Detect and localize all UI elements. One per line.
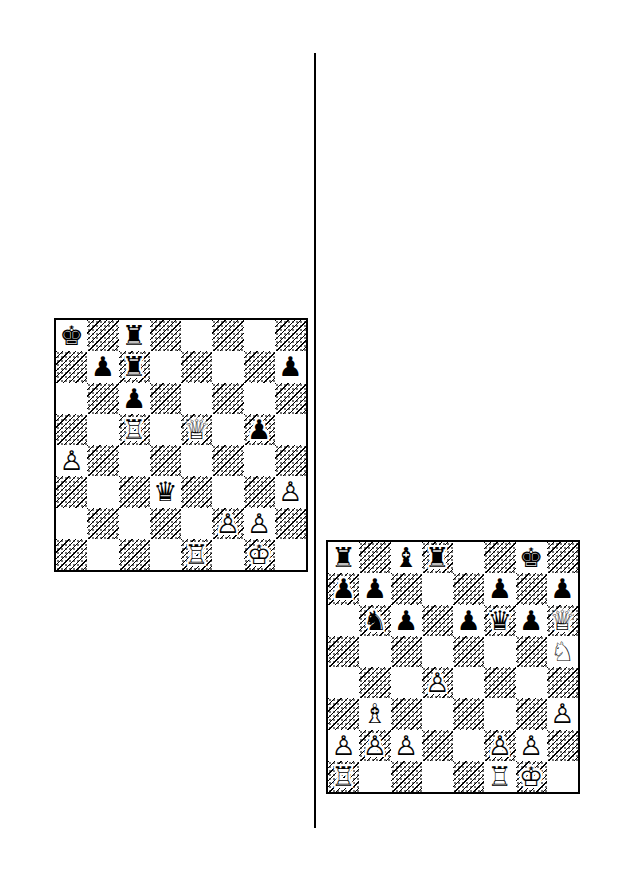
square-d4: ♙: [422, 667, 453, 698]
square-e4: [453, 667, 484, 698]
square-a5: [328, 636, 359, 667]
square-b5: [359, 636, 390, 667]
black-pawn-c6: ♟: [394, 607, 418, 634]
square-g7: [244, 351, 275, 382]
white-pawn-b2: ♙: [363, 732, 387, 759]
square-f5: [484, 636, 515, 667]
square-b3: ♗: [359, 698, 390, 729]
square-f2: ♙: [212, 508, 243, 539]
square-c3: [119, 476, 150, 507]
square-g2: ♙: [516, 730, 547, 761]
square-g6: [244, 383, 275, 414]
square-e7: [181, 351, 212, 382]
white-pawn-a4: ♙: [60, 447, 84, 474]
square-h7: ♟: [275, 351, 306, 382]
white-pawn-g2: ♙: [519, 732, 543, 759]
square-a6: [328, 605, 359, 636]
square-c5: [391, 636, 422, 667]
square-e3: [453, 698, 484, 729]
square-e5: ♕: [181, 414, 212, 445]
square-a7: ♟: [328, 573, 359, 604]
square-d3: ♛: [150, 476, 181, 507]
square-d5: [150, 414, 181, 445]
square-g1: ♔: [516, 761, 547, 792]
square-c2: [119, 508, 150, 539]
square-b1: [359, 761, 390, 792]
square-d6: [150, 383, 181, 414]
square-g6: ♟: [516, 605, 547, 636]
square-e6: ♟: [453, 605, 484, 636]
square-b3: [87, 476, 118, 507]
square-f1: ♖: [484, 761, 515, 792]
square-b2: [87, 508, 118, 539]
black-bishop-c8: ♝: [394, 544, 418, 571]
square-e4: [181, 445, 212, 476]
square-e3: [181, 476, 212, 507]
square-c6: ♟: [119, 383, 150, 414]
square-d1: [422, 761, 453, 792]
square-g8: [244, 320, 275, 351]
white-queen-h6: ♕: [550, 607, 574, 634]
white-rook-c5: ♖: [122, 416, 146, 443]
black-rook-c8: ♜: [122, 322, 146, 349]
square-h8: [275, 320, 306, 351]
square-d3: [422, 698, 453, 729]
square-a3: [56, 476, 87, 507]
square-c1: [391, 761, 422, 792]
square-b6: ♞: [359, 605, 390, 636]
square-a4: [328, 667, 359, 698]
black-queen-f6: ♛: [488, 607, 512, 634]
square-e2: [181, 508, 212, 539]
square-f6: [212, 383, 243, 414]
square-d5: [422, 636, 453, 667]
black-pawn-c6: ♟: [122, 385, 146, 412]
black-pawn-f7: ♟: [488, 575, 512, 602]
square-c8: ♜: [119, 320, 150, 351]
square-g4: [244, 445, 275, 476]
black-rook-d8: ♜: [425, 544, 449, 571]
square-e2: [453, 730, 484, 761]
white-pawn-f2: ♙: [216, 510, 240, 537]
board-1-grid: ♚♜♟♜♟♟♖♕♟♙♛♙♙♙♖♔: [56, 320, 306, 570]
square-f8: [484, 542, 515, 573]
square-g4: [516, 667, 547, 698]
square-b6: [87, 383, 118, 414]
white-pawn-h3: ♙: [550, 700, 574, 727]
square-g3: [516, 698, 547, 729]
square-f1: [212, 539, 243, 570]
square-b5: [87, 414, 118, 445]
square-a3: [328, 698, 359, 729]
square-c8: ♝: [391, 542, 422, 573]
square-a1: ♖: [328, 761, 359, 792]
black-queen-d3: ♛: [153, 478, 177, 505]
white-knight-h5: ♘: [550, 638, 574, 665]
black-pawn-h7: ♟: [278, 353, 302, 380]
square-b8: [87, 320, 118, 351]
square-c1: [119, 539, 150, 570]
white-rook-f1: ♖: [488, 763, 512, 790]
square-h2: [275, 508, 306, 539]
square-g7: [516, 573, 547, 604]
square-e8: [181, 320, 212, 351]
black-pawn-h7: ♟: [550, 575, 574, 602]
square-a7: [56, 351, 87, 382]
square-b4: [359, 667, 390, 698]
square-d7: [422, 573, 453, 604]
square-f7: [212, 351, 243, 382]
square-h1: [547, 761, 578, 792]
board-1: ♚♜♟♜♟♟♖♕♟♙♛♙♙♙♖♔: [54, 318, 308, 572]
white-pawn-g2: ♙: [247, 510, 271, 537]
square-b1: [87, 539, 118, 570]
square-h7: ♟: [547, 573, 578, 604]
black-pawn-g5: ♟: [247, 416, 271, 443]
square-g1: ♔: [244, 539, 275, 570]
square-g3: [244, 476, 275, 507]
square-g2: ♙: [244, 508, 275, 539]
square-c7: ♜: [119, 351, 150, 382]
square-g5: ♟: [244, 414, 275, 445]
square-f5: [212, 414, 243, 445]
square-d4: [150, 445, 181, 476]
white-pawn-h3: ♙: [278, 478, 302, 505]
square-a6: [56, 383, 87, 414]
square-e7: [453, 573, 484, 604]
square-b7: ♟: [359, 573, 390, 604]
black-pawn-g6: ♟: [519, 607, 543, 634]
square-d8: ♜: [422, 542, 453, 573]
square-b8: [359, 542, 390, 573]
square-h4: [547, 667, 578, 698]
white-pawn-d4: ♙: [425, 669, 449, 696]
square-c7: [391, 573, 422, 604]
square-a4: ♙: [56, 445, 87, 476]
square-e5: [453, 636, 484, 667]
black-pawn-e6: ♟: [457, 607, 481, 634]
square-d8: [150, 320, 181, 351]
white-pawn-c2: ♙: [394, 732, 418, 759]
square-c5: ♖: [119, 414, 150, 445]
square-b4: [87, 445, 118, 476]
square-h4: [275, 445, 306, 476]
square-e6: [181, 383, 212, 414]
white-rook-a1: ♖: [332, 763, 356, 790]
square-f8: [212, 320, 243, 351]
square-c6: ♟: [391, 605, 422, 636]
square-h5: [275, 414, 306, 445]
black-pawn-a7: ♟: [332, 575, 356, 602]
square-h8: [547, 542, 578, 573]
square-h3: ♙: [547, 698, 578, 729]
square-f7: ♟: [484, 573, 515, 604]
square-c3: [391, 698, 422, 729]
black-king-g8: ♚: [519, 544, 543, 571]
black-rook-a8: ♜: [332, 544, 356, 571]
square-d7: [150, 351, 181, 382]
square-h3: ♙: [275, 476, 306, 507]
square-h5: ♘: [547, 636, 578, 667]
square-d6: [422, 605, 453, 636]
square-a8: ♚: [56, 320, 87, 351]
column-divider-rule: [314, 53, 316, 828]
white-queen-e5: ♕: [185, 416, 209, 443]
square-f3: [212, 476, 243, 507]
white-king-g1: ♔: [519, 763, 543, 790]
square-f4: [212, 445, 243, 476]
square-d2: [422, 730, 453, 761]
white-king-g1: ♔: [247, 541, 271, 568]
black-king-a8: ♚: [60, 322, 84, 349]
square-e8: [453, 542, 484, 573]
square-a1: [56, 539, 87, 570]
square-e1: ♖: [181, 539, 212, 570]
white-bishop-b3: ♗: [363, 700, 387, 727]
square-d1: [150, 539, 181, 570]
white-rook-e1: ♖: [185, 541, 209, 568]
square-b2: ♙: [359, 730, 390, 761]
square-f4: [484, 667, 515, 698]
white-pawn-a2: ♙: [332, 732, 356, 759]
square-c2: ♙: [391, 730, 422, 761]
board-2: ♜♝♜♚♟♟♟♟♞♟♟♛♟♕♘♙♗♙♙♙♙♙♙♖♖♔: [326, 540, 580, 794]
square-g5: [516, 636, 547, 667]
square-h2: [547, 730, 578, 761]
square-d2: [150, 508, 181, 539]
square-a8: ♜: [328, 542, 359, 573]
square-f2: ♙: [484, 730, 515, 761]
square-g8: ♚: [516, 542, 547, 573]
square-b7: ♟: [87, 351, 118, 382]
black-rook-c7: ♜: [122, 353, 146, 380]
square-h6: ♕: [547, 605, 578, 636]
board-2-grid: ♜♝♜♚♟♟♟♟♞♟♟♛♟♕♘♙♗♙♙♙♙♙♙♖♖♔: [328, 542, 578, 792]
square-a2: [56, 508, 87, 539]
scanned-page: { "game": "chess", "position": [ "k1r5/1…: [0, 0, 630, 892]
white-pawn-f2: ♙: [488, 732, 512, 759]
square-h1: [275, 539, 306, 570]
black-knight-b6: ♞: [363, 607, 387, 634]
square-a5: [56, 414, 87, 445]
black-pawn-b7: ♟: [363, 575, 387, 602]
black-pawn-b7: ♟: [91, 353, 115, 380]
square-f3: [484, 698, 515, 729]
square-e1: [453, 761, 484, 792]
square-h6: [275, 383, 306, 414]
square-f6: ♛: [484, 605, 515, 636]
square-a2: ♙: [328, 730, 359, 761]
square-c4: [391, 667, 422, 698]
square-c4: [119, 445, 150, 476]
